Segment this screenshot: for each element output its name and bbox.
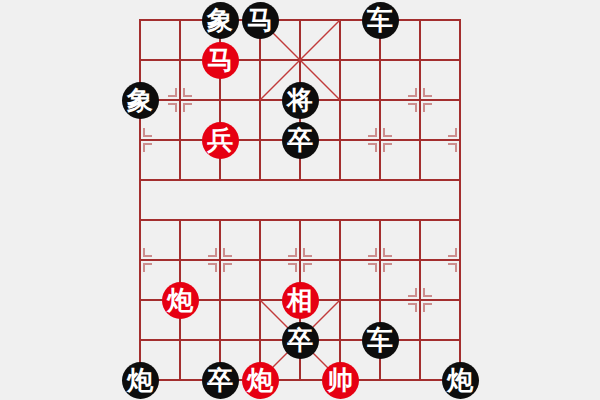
xiangqi-app-canvas: 象马车马象将兵卒炮相卒车炮卒炮帅炮 — [0, 0, 600, 400]
red-cannon-piece[interactable]: 炮 — [242, 362, 279, 399]
red-general-piece[interactable]: 帅 — [322, 362, 359, 399]
red-soldier-piece[interactable]: 兵 — [202, 122, 239, 159]
black-horse-piece[interactable]: 马 — [242, 2, 279, 39]
red-cannon-piece[interactable]: 炮 — [162, 282, 199, 319]
black-chariot-piece[interactable]: 车 — [362, 2, 399, 39]
black-elephant-piece[interactable]: 象 — [122, 82, 159, 119]
black-soldier-piece[interactable]: 卒 — [282, 322, 319, 359]
black-cannon-piece[interactable]: 炮 — [442, 362, 479, 399]
black-soldier-piece[interactable]: 卒 — [282, 122, 319, 159]
xiangqi-board[interactable]: 象马车马象将兵卒炮相卒车炮卒炮帅炮 — [120, 0, 480, 400]
red-elephant-piece[interactable]: 相 — [282, 282, 319, 319]
black-chariot-piece[interactable]: 车 — [362, 322, 399, 359]
black-cannon-piece[interactable]: 炮 — [122, 362, 159, 399]
red-horse-piece[interactable]: 马 — [202, 42, 239, 79]
black-elephant-piece[interactable]: 象 — [202, 2, 239, 39]
black-soldier-piece[interactable]: 卒 — [202, 362, 239, 399]
black-general-piece[interactable]: 将 — [282, 82, 319, 119]
